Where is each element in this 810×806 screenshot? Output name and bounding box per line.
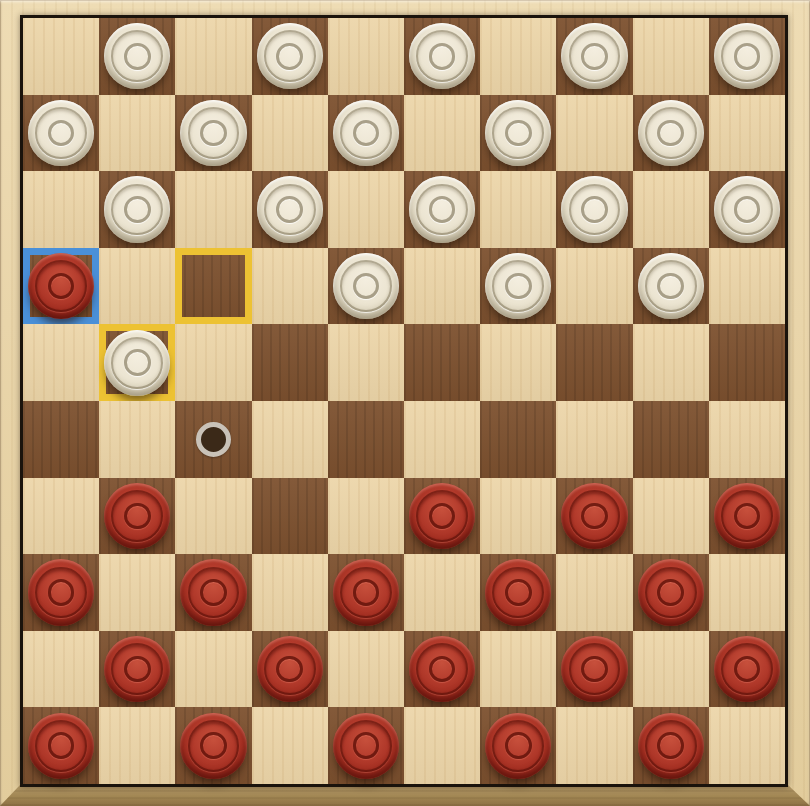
red-piece-r8c3[interactable] — [257, 636, 323, 702]
square-r7c8[interactable] — [633, 554, 709, 631]
square-r5c1 — [99, 401, 175, 478]
red-piece-r8c7[interactable] — [561, 636, 627, 702]
white-piece-r1c8[interactable] — [638, 100, 704, 166]
square-r2c7[interactable] — [556, 171, 632, 248]
square-r2c4 — [328, 171, 404, 248]
square-r8c5[interactable] — [404, 631, 480, 708]
square-r1c3 — [252, 95, 328, 172]
square-r1c9 — [709, 95, 785, 172]
square-r9c9 — [709, 707, 785, 784]
square-r6c9[interactable] — [709, 478, 785, 555]
square-r6c5[interactable] — [404, 478, 480, 555]
square-r7c7 — [556, 554, 632, 631]
red-piece-r6c5[interactable] — [409, 483, 475, 549]
square-r2c9[interactable] — [709, 171, 785, 248]
square-r0c9[interactable] — [709, 18, 785, 95]
red-piece-r7c6[interactable] — [485, 559, 551, 625]
square-r2c3[interactable] — [252, 171, 328, 248]
square-r7c0[interactable] — [23, 554, 99, 631]
square-r9c3 — [252, 707, 328, 784]
white-piece-r1c4[interactable] — [333, 100, 399, 166]
square-r0c6 — [480, 18, 556, 95]
square-r7c5 — [404, 554, 480, 631]
square-r1c7 — [556, 95, 632, 172]
white-piece-r2c7[interactable] — [561, 176, 627, 242]
square-r0c8 — [633, 18, 709, 95]
square-r7c2[interactable] — [175, 554, 251, 631]
square-r9c7 — [556, 707, 632, 784]
square-r2c8 — [633, 171, 709, 248]
white-piece-r1c6[interactable] — [485, 100, 551, 166]
white-piece-r2c1[interactable] — [104, 176, 170, 242]
square-r3c3 — [252, 248, 328, 325]
square-r4c4 — [328, 324, 404, 401]
square-r4c0 — [23, 324, 99, 401]
red-piece-r6c9[interactable] — [714, 483, 780, 549]
square-r4c6 — [480, 324, 556, 401]
white-piece-r0c3[interactable] — [257, 23, 323, 89]
red-piece-r6c1[interactable] — [104, 483, 170, 549]
white-piece-r3c8[interactable] — [638, 253, 704, 319]
square-r8c2 — [175, 631, 251, 708]
square-r8c0 — [23, 631, 99, 708]
square-r3c6[interactable] — [480, 248, 556, 325]
red-piece-r9c2[interactable] — [180, 713, 246, 779]
square-r6c2 — [175, 478, 251, 555]
square-r1c8[interactable] — [633, 95, 709, 172]
white-piece-r0c7[interactable] — [561, 23, 627, 89]
square-r3c1 — [99, 248, 175, 325]
square-r2c6 — [480, 171, 556, 248]
square-r9c4[interactable] — [328, 707, 404, 784]
square-r5c2[interactable] — [175, 401, 251, 478]
square-r2c0 — [23, 171, 99, 248]
square-r4c8 — [633, 324, 709, 401]
square-r1c1 — [99, 95, 175, 172]
white-piece-r2c9[interactable] — [714, 176, 780, 242]
board — [20, 15, 788, 787]
square-r3c2[interactable] — [175, 248, 251, 325]
square-r6c3[interactable] — [252, 478, 328, 555]
square-r3c0[interactable] — [23, 248, 99, 325]
square-r1c4[interactable] — [328, 95, 404, 172]
square-r2c2 — [175, 171, 251, 248]
square-r6c6 — [480, 478, 556, 555]
square-r9c8[interactable] — [633, 707, 709, 784]
white-piece-r0c9[interactable] — [714, 23, 780, 89]
white-piece-r1c2[interactable] — [180, 100, 246, 166]
square-r5c0[interactable] — [23, 401, 99, 478]
square-r3c4[interactable] — [328, 248, 404, 325]
square-r9c5 — [404, 707, 480, 784]
square-r7c1 — [99, 554, 175, 631]
wooden-board-frame — [0, 0, 810, 806]
red-piece-r7c0[interactable] — [28, 559, 94, 625]
red-piece-r8c9[interactable] — [714, 636, 780, 702]
square-r0c4 — [328, 18, 404, 95]
square-r6c7[interactable] — [556, 478, 632, 555]
square-r3c8[interactable] — [633, 248, 709, 325]
square-r9c6[interactable] — [480, 707, 556, 784]
square-r5c6[interactable] — [480, 401, 556, 478]
square-r3c7 — [556, 248, 632, 325]
square-r7c9 — [709, 554, 785, 631]
square-r5c3 — [252, 401, 328, 478]
square-r6c8 — [633, 478, 709, 555]
square-r8c4 — [328, 631, 404, 708]
white-piece-r0c5[interactable] — [409, 23, 475, 89]
square-r7c6[interactable] — [480, 554, 556, 631]
square-r1c6[interactable] — [480, 95, 556, 172]
red-piece-r9c6[interactable] — [485, 713, 551, 779]
square-r0c7[interactable] — [556, 18, 632, 95]
square-r5c9 — [709, 401, 785, 478]
square-r4c9[interactable] — [709, 324, 785, 401]
square-r8c3[interactable] — [252, 631, 328, 708]
square-r3c5 — [404, 248, 480, 325]
square-r6c0 — [23, 478, 99, 555]
red-piece-r9c0[interactable] — [28, 713, 94, 779]
red-piece-r7c8[interactable] — [638, 559, 704, 625]
square-r0c1[interactable] — [99, 18, 175, 95]
square-r8c8 — [633, 631, 709, 708]
square-r1c2[interactable] — [175, 95, 251, 172]
square-r5c4[interactable] — [328, 401, 404, 478]
red-piece-r8c5[interactable] — [409, 636, 475, 702]
square-r8c9[interactable] — [709, 631, 785, 708]
square-r8c6 — [480, 631, 556, 708]
red-piece-r9c4[interactable] — [333, 713, 399, 779]
square-r0c5[interactable] — [404, 18, 480, 95]
square-r9c1 — [99, 707, 175, 784]
square-r2c1[interactable] — [99, 171, 175, 248]
red-piece-r6c7[interactable] — [561, 483, 627, 549]
white-piece-r2c5[interactable] — [409, 176, 475, 242]
square-r9c0[interactable] — [23, 707, 99, 784]
square-r4c5[interactable] — [404, 324, 480, 401]
white-piece-r3c6[interactable] — [485, 253, 551, 319]
square-r8c7[interactable] — [556, 631, 632, 708]
white-piece-r1c0[interactable] — [28, 100, 94, 166]
move-hint-dot[interactable] — [196, 422, 231, 457]
square-r5c8[interactable] — [633, 401, 709, 478]
square-r0c3[interactable] — [252, 18, 328, 95]
red-piece-r8c1[interactable] — [104, 636, 170, 702]
square-r4c1[interactable] — [99, 324, 175, 401]
square-r4c3[interactable] — [252, 324, 328, 401]
square-r6c1[interactable] — [99, 478, 175, 555]
red-piece-r9c8[interactable] — [638, 713, 704, 779]
white-piece-r0c1[interactable] — [104, 23, 170, 89]
square-r4c7[interactable] — [556, 324, 632, 401]
red-piece-r7c2[interactable] — [180, 559, 246, 625]
square-r5c7 — [556, 401, 632, 478]
square-r1c0[interactable] — [23, 95, 99, 172]
red-piece-r3c0[interactable] — [28, 253, 94, 319]
white-piece-r3c4[interactable] — [333, 253, 399, 319]
red-piece-r7c4[interactable] — [333, 559, 399, 625]
square-r1c5 — [404, 95, 480, 172]
white-piece-r4c1[interactable] — [104, 330, 170, 396]
square-r6c4 — [328, 478, 404, 555]
square-r4c2 — [175, 324, 251, 401]
white-piece-r2c3[interactable] — [257, 176, 323, 242]
square-r3c9 — [709, 248, 785, 325]
square-r9c2[interactable] — [175, 707, 251, 784]
frame-bottom-rail — [0, 785, 810, 806]
square-r7c4[interactable] — [328, 554, 404, 631]
square-r8c1[interactable] — [99, 631, 175, 708]
square-r5c5 — [404, 401, 480, 478]
square-r0c2 — [175, 18, 251, 95]
square-r0c0 — [23, 18, 99, 95]
square-r2c5[interactable] — [404, 171, 480, 248]
square-r7c3 — [252, 554, 328, 631]
